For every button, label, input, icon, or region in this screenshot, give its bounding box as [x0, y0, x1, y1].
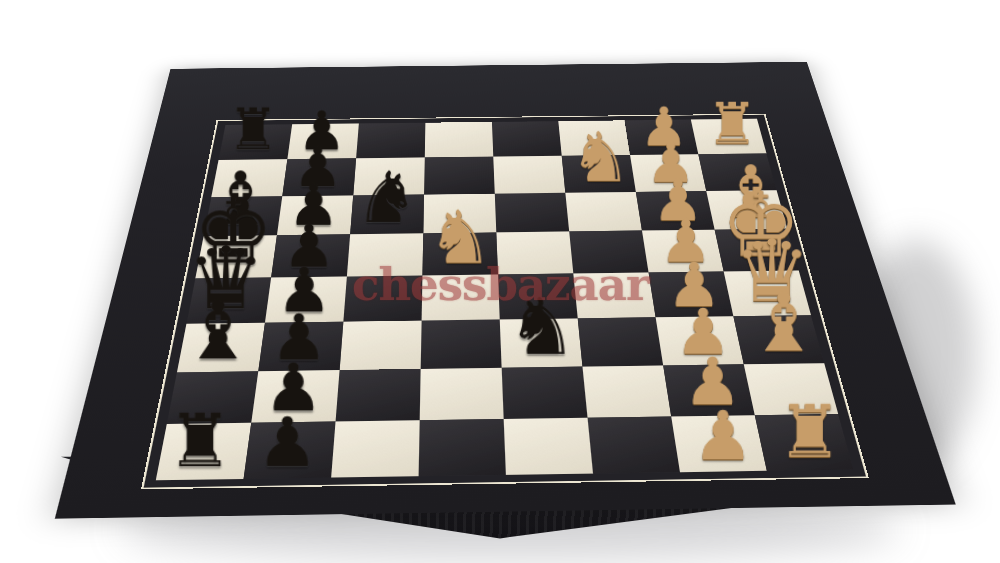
square-a3[interactable] [588, 417, 680, 474]
piece-black-knight-c4[interactable]: ♞ [507, 287, 577, 366]
square-f4[interactable] [495, 193, 569, 233]
square-c5[interactable] [421, 319, 502, 368]
square-h6[interactable] [356, 123, 425, 159]
piece-black-rook-a8[interactable]: ♜ [167, 405, 233, 478]
square-a2[interactable]: ♟ [671, 415, 767, 472]
piece-black-pawn-a7[interactable]: ♟ [257, 408, 318, 476]
piece-white-knight-g3[interactable]: ♞ [570, 122, 632, 191]
piece-white-pawn-a2[interactable]: ♟ [693, 402, 754, 470]
square-g3[interactable]: ♞ [562, 155, 636, 193]
square-c6[interactable] [340, 320, 422, 369]
square-e6[interactable] [347, 234, 423, 277]
square-a8[interactable]: ♜ [156, 423, 251, 480]
squares-grid: ♜♟♟♜♟♞♟♝♟♞♟♝♚♟♞♟♚♛♟♟♛♝♟♞♟♝♟♟♜♟♟♜ [156, 119, 854, 480]
square-b5[interactable] [420, 367, 504, 420]
piece-black-bishop-c8[interactable]: ♝ [182, 289, 255, 370]
piece-white-rook-a1[interactable]: ♜ [777, 396, 842, 469]
square-g4[interactable] [493, 156, 565, 194]
piece-black-rook-h8[interactable]: ♜ [227, 101, 279, 158]
piece-white-knight-e5[interactable]: ♞ [427, 200, 493, 273]
square-a1[interactable]: ♜ [755, 414, 854, 471]
square-a5[interactable] [419, 419, 506, 476]
square-e5[interactable]: ♞ [422, 233, 497, 276]
piece-black-knight-f6[interactable]: ♞ [355, 162, 419, 233]
square-d3[interactable] [573, 273, 655, 319]
board-border-line: ♜♟♟♜♟♞♟♝♟♞♟♝♚♟♞♟♚♛♟♟♛♝♟♞♟♝♟♟♜♟♟♜ [141, 114, 869, 490]
square-f3[interactable] [565, 192, 642, 232]
square-g5[interactable] [424, 157, 495, 195]
square-e3[interactable] [569, 231, 648, 274]
square-h4[interactable] [492, 121, 562, 156]
square-e4[interactable] [496, 232, 573, 275]
piece-white-rook-h1[interactable]: ♜ [707, 95, 758, 152]
square-c8[interactable]: ♝ [177, 323, 265, 372]
square-f6[interactable]: ♞ [350, 194, 424, 234]
square-c3[interactable] [578, 317, 663, 366]
scene: ♜♟♟♜♟♞♟♝♟♞♟♝♚♟♞♟♚♛♟♟♛♝♟♞♟♝♟♟♜♟♟♜ [0, 0, 1000, 563]
board-frame: ♜♟♟♜♟♞♟♝♟♞♟♝♚♟♞♟♚♛♟♟♛♝♟♞♟♝♟♟♜♟♟♜ [141, 114, 869, 490]
square-c4[interactable]: ♞ [500, 318, 583, 367]
square-b3[interactable] [582, 365, 671, 418]
square-d6[interactable] [343, 276, 422, 322]
square-h5[interactable] [425, 122, 494, 157]
square-h8[interactable]: ♜ [219, 124, 293, 160]
square-a4[interactable] [504, 418, 593, 475]
square-a7[interactable]: ♟ [244, 422, 336, 479]
square-c1[interactable]: ♝ [733, 315, 824, 364]
chess-board: ♜♟♟♜♟♞♟♝♟♞♟♝♚♟♞♟♚♛♟♟♛♝♟♞♟♝♟♟♜♟♟♜ [55, 62, 956, 519]
square-a6[interactable] [331, 420, 420, 477]
piece-white-bishop-c1[interactable]: ♝ [747, 281, 819, 362]
square-b4[interactable] [502, 366, 588, 419]
square-d5[interactable] [422, 275, 500, 321]
square-b6[interactable] [336, 369, 421, 422]
